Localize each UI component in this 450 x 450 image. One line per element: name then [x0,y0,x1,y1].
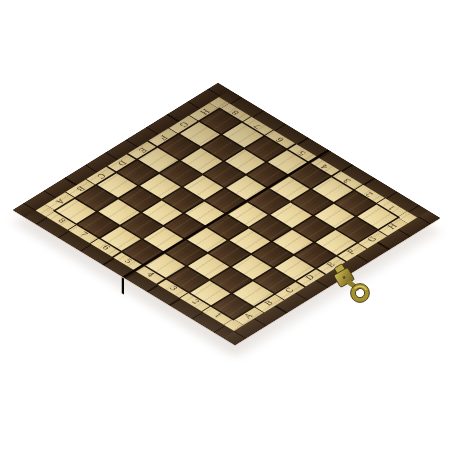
fold-seam-side [122,277,124,294]
product-photo-scene: ABCDEFGH ABCDEFGH 87654321 87654321 [0,0,450,450]
brass-clasp-icon [323,259,379,311]
